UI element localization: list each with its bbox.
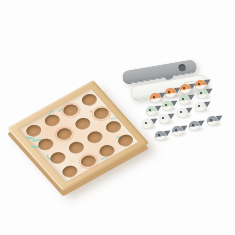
fish-eye-icon [200,92,202,94]
fish-piece-gray[interactable] [172,123,188,136]
fish-eye-icon [165,104,167,106]
fish-eye-icon [198,83,200,85]
fish-body [197,89,208,99]
fish-eye-icon [158,134,160,136]
fish-eye-icon [183,87,185,89]
board-hole-r0-c1[interactable] [41,112,62,128]
fish-eye-icon [149,109,151,111]
fish-piece-gray[interactable] [155,128,171,141]
board-hole-r0-c3[interactable] [78,92,99,108]
fish-body [189,121,200,131]
fish-body [155,131,166,141]
board-hole-r3-c2[interactable] [96,143,117,159]
fish-eye-icon [180,111,182,113]
fish-body [165,88,176,98]
product-photo-memory-game [0,0,235,235]
fish-body [195,102,206,112]
teal-wave-decor [99,157,111,165]
fish-piece-gray[interactable] [189,118,205,131]
fish-eye-icon [182,98,184,100]
fish-eye-icon [168,91,170,93]
board-hole-r2-c2[interactable] [84,129,105,145]
fish-eye-icon [145,122,147,124]
board-hole-r2-c3[interactable] [103,119,124,135]
paddle-slot [178,63,186,71]
fish-body [177,108,188,118]
fish-body [179,95,190,105]
fish-piece-gray[interactable] [207,113,223,126]
fish-body [172,126,183,136]
paint-dot-decor [70,160,73,163]
board-surface [17,88,139,184]
fish-body [146,106,157,116]
fish-body [162,101,173,111]
fish-eye-icon [162,117,164,119]
fish-body [150,93,161,103]
fish-body [159,114,170,124]
board-hole-r1-c2[interactable] [72,116,93,132]
fish-body [207,116,218,126]
fish-eye-icon [210,119,212,121]
fish-body [142,119,153,129]
fish-piece-mint[interactable] [197,86,213,99]
fish-eye-icon [198,105,200,107]
fish-piece-white[interactable] [177,105,193,118]
fish-eye-icon [153,96,155,98]
board-hole-r2-c1[interactable] [66,139,87,155]
game-board [7,80,149,191]
fish-piece-mint[interactable] [179,92,195,105]
fish-eye-icon [192,124,194,126]
fish-eye-icon [175,129,177,131]
board-hole-r3-c0[interactable] [59,163,80,179]
fish-piece-mint[interactable] [162,98,178,111]
fish-piece-white[interactable] [195,99,211,112]
